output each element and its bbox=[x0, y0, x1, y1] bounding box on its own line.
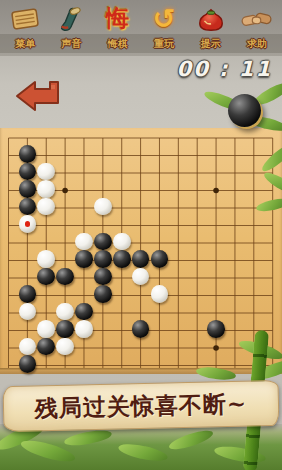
banner-text: 残局过关惊喜不断~ bbox=[35, 388, 248, 424]
black-stone[interactable] bbox=[19, 285, 37, 303]
white-stone[interactable] bbox=[37, 320, 55, 338]
sound-label: 声音 bbox=[61, 35, 81, 53]
undo-label: 悔棋 bbox=[108, 35, 128, 53]
white-stone[interactable] bbox=[37, 250, 55, 268]
back-button[interactable] bbox=[14, 76, 62, 116]
black-stone[interactable] bbox=[207, 320, 225, 338]
help-button[interactable]: 求助 bbox=[234, 2, 280, 56]
black-stone[interactable] bbox=[94, 233, 112, 251]
white-stone[interactable] bbox=[113, 233, 131, 251]
black-stone[interactable] bbox=[56, 268, 74, 286]
black-stone[interactable] bbox=[75, 303, 93, 321]
black-stone[interactable] bbox=[94, 285, 112, 303]
bamboo-leaf bbox=[167, 427, 214, 453]
white-stone[interactable] bbox=[151, 285, 169, 303]
sound-horn-icon bbox=[56, 2, 86, 35]
black-stone[interactable] bbox=[132, 250, 150, 268]
menu-button[interactable]: 菜单 bbox=[2, 2, 48, 56]
black-stone[interactable] bbox=[151, 250, 169, 268]
black-stone[interactable] bbox=[132, 320, 150, 338]
back-arrow-icon bbox=[14, 76, 62, 116]
black-stone[interactable] bbox=[19, 180, 37, 198]
undo-move-button[interactable]: 悔 悔棋 bbox=[95, 2, 141, 56]
black-stone[interactable] bbox=[94, 250, 112, 268]
white-stone[interactable] bbox=[56, 303, 74, 321]
menu-label: 菜单 bbox=[15, 35, 35, 53]
white-stone[interactable] bbox=[75, 233, 93, 251]
gomoku-board[interactable] bbox=[0, 128, 282, 374]
star-point bbox=[213, 345, 219, 351]
app-root: 菜单 声音 悔 悔棋 ↺ 重玩 bbox=[0, 0, 282, 470]
help-label: 求助 bbox=[247, 35, 267, 53]
black-stone[interactable] bbox=[56, 320, 74, 338]
help-handshake-icon bbox=[241, 2, 273, 35]
white-stone[interactable] bbox=[37, 180, 55, 198]
replay-button[interactable]: ↺ 重玩 bbox=[141, 2, 187, 56]
bamboo-leaf bbox=[63, 428, 112, 448]
star-point bbox=[62, 188, 68, 194]
game-timer: 00 : 11 bbox=[177, 57, 272, 81]
promo-banner: 残局过关惊喜不断~ bbox=[3, 380, 280, 432]
black-stone[interactable] bbox=[94, 268, 112, 286]
hint-label: 提示 bbox=[201, 35, 221, 53]
replay-label: 重玩 bbox=[154, 35, 174, 53]
replay-icon: ↺ bbox=[153, 2, 176, 35]
bamboo-leaf bbox=[117, 441, 169, 464]
black-stone[interactable] bbox=[19, 145, 37, 163]
black-stone[interactable] bbox=[19, 355, 37, 373]
turn-indicator-black-stone bbox=[228, 94, 261, 127]
white-stone[interactable] bbox=[56, 338, 74, 356]
star-point bbox=[213, 188, 219, 194]
menu-scroll-icon bbox=[10, 2, 40, 35]
undo-move-icon: 悔 bbox=[106, 2, 129, 35]
black-stone[interactable] bbox=[75, 250, 93, 268]
black-stone[interactable] bbox=[113, 250, 131, 268]
toolbar: 菜单 声音 悔 悔棋 ↺ 重玩 bbox=[0, 0, 282, 56]
last-move-marker bbox=[25, 221, 31, 227]
white-stone[interactable] bbox=[94, 198, 112, 216]
hint-button[interactable]: 提示 bbox=[188, 2, 234, 56]
white-stone[interactable] bbox=[19, 215, 37, 233]
hint-bag-icon bbox=[196, 2, 226, 35]
sound-button[interactable]: 声音 bbox=[48, 2, 94, 56]
white-stone[interactable] bbox=[75, 320, 93, 338]
